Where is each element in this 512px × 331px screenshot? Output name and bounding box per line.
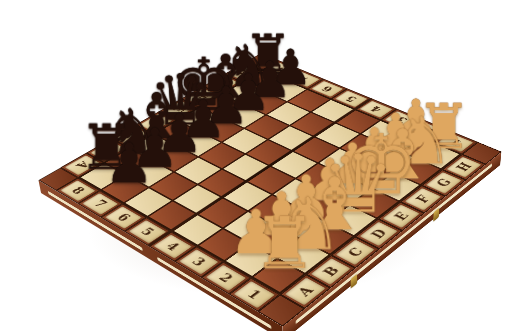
piece-white-rook[interactable]: ♜ [234, 208, 335, 279]
piece-black-pawn[interactable]: ♟ [85, 137, 175, 192]
product-photo-scene: ABCDEFGH8♜♞♝♛♚♝♞♜87♟♟♟♟♟♟♟♟7665544332♟♟♟… [0, 0, 512, 331]
